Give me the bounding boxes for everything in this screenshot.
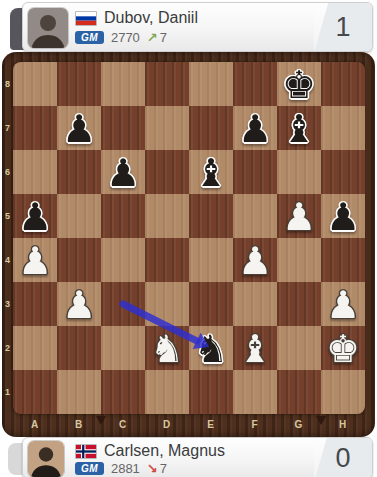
piece-black-pawn[interactable]: ♟	[233, 106, 277, 150]
square-h7[interactable]	[321, 106, 365, 150]
square-b7[interactable]: ♟	[57, 106, 101, 150]
file-label-b: B	[57, 416, 101, 436]
square-c3[interactable]	[101, 282, 145, 326]
piece-black-bishop[interactable]: ♝	[189, 150, 233, 194]
flag-russia-icon	[75, 11, 97, 26]
square-h3[interactable]: ♟	[321, 282, 365, 326]
top-player-rating: 2770	[111, 30, 140, 45]
board-squares: ♚♟♟♝♟♝♟♟♟♟♟♟♟♞♞♝♚	[13, 62, 365, 414]
bottom-player-avatar	[27, 440, 65, 477]
avatar-silhouette-icon	[28, 8, 68, 48]
square-b8[interactable]	[57, 62, 101, 106]
square-f3[interactable]	[233, 282, 277, 326]
square-e2[interactable]: ♞	[189, 326, 233, 370]
rank-label-7: 7	[2, 106, 13, 150]
square-c8[interactable]	[101, 62, 145, 106]
top-trend-value: 7	[160, 30, 167, 45]
square-f8[interactable]	[233, 62, 277, 106]
bottom-title-badge: GM	[75, 462, 104, 475]
piece-black-bishop[interactable]: ♝	[277, 106, 321, 150]
square-h5[interactable]: ♟	[321, 194, 365, 238]
rank-label-5: 5	[2, 194, 13, 238]
piece-black-knight[interactable]: ♞	[189, 326, 233, 370]
square-b3[interactable]: ♟	[57, 282, 101, 326]
square-a2[interactable]	[13, 326, 57, 370]
square-h2[interactable]: ♚	[321, 326, 365, 370]
square-c2[interactable]	[101, 326, 145, 370]
piece-white-king[interactable]: ♚	[321, 326, 365, 370]
square-h8[interactable]	[321, 62, 365, 106]
file-label-g: G	[277, 416, 321, 436]
square-c6[interactable]: ♟	[101, 150, 145, 194]
piece-white-pawn[interactable]: ♟	[321, 282, 365, 326]
piece-white-pawn[interactable]: ♟	[57, 282, 101, 326]
piece-black-pawn[interactable]: ♟	[57, 106, 101, 150]
square-f1[interactable]	[233, 370, 277, 414]
square-b6[interactable]	[57, 150, 101, 194]
square-d5[interactable]	[145, 194, 189, 238]
square-a7[interactable]	[13, 106, 57, 150]
square-b5[interactable]	[57, 194, 101, 238]
rank-label-1: 1	[2, 370, 13, 414]
square-g5[interactable]: ♟	[277, 194, 321, 238]
square-f2[interactable]: ♝	[233, 326, 277, 370]
square-h6[interactable]	[321, 150, 365, 194]
square-f4[interactable]: ♟	[233, 238, 277, 282]
piece-white-knight[interactable]: ♞	[145, 326, 189, 370]
square-f6[interactable]	[233, 150, 277, 194]
file-label-c: C	[101, 416, 145, 436]
square-d2[interactable]: ♞	[145, 326, 189, 370]
piece-white-pawn[interactable]: ♟	[233, 238, 277, 282]
square-g1[interactable]	[277, 370, 321, 414]
piece-white-pawn[interactable]: ♟	[277, 194, 321, 238]
bottom-player-name: Carlsen, Magnus	[104, 442, 225, 460]
square-d1[interactable]	[145, 370, 189, 414]
square-a5[interactable]: ♟	[13, 194, 57, 238]
square-c7[interactable]	[101, 106, 145, 150]
square-c4[interactable]	[101, 238, 145, 282]
top-rating-trend: ↗ 7	[147, 30, 167, 45]
file-label-d: D	[145, 416, 189, 436]
rank-label-8: 8	[2, 62, 13, 106]
top-player-score: 1	[314, 3, 372, 51]
bottom-player-bar[interactable]: Carlsen, Magnus GM 2881 ↘ 7 0	[22, 437, 373, 477]
square-a6[interactable]	[13, 150, 57, 194]
square-e5[interactable]	[189, 194, 233, 238]
rank-label-4: 4	[2, 238, 13, 282]
square-d6[interactable]	[145, 150, 189, 194]
avatar-silhouette-icon	[28, 441, 64, 477]
rank-labels: 87654321	[2, 62, 13, 414]
bottom-player-score: 0	[314, 438, 372, 477]
file-labels: ABCDEFGH	[13, 416, 365, 436]
square-g7[interactable]: ♝	[277, 106, 321, 150]
top-player-bar[interactable]: Dubov, Daniil GM 2770 ↗ 7 1	[22, 2, 373, 52]
piece-black-pawn[interactable]: ♟	[101, 150, 145, 194]
square-e7[interactable]	[189, 106, 233, 150]
trend-down-icon: ↘	[147, 461, 158, 476]
bottom-rating-trend: ↘ 7	[147, 461, 167, 476]
square-e1[interactable]	[189, 370, 233, 414]
board-frame: 87654321 ♚♟♟♝♟♝♟♟♟♟♟♟♟♞♞♝♚ ABCDEFGH	[2, 52, 375, 437]
square-e3[interactable]	[189, 282, 233, 326]
square-d3[interactable]	[145, 282, 189, 326]
square-e8[interactable]	[189, 62, 233, 106]
top-title-badge: GM	[75, 31, 104, 44]
square-b4[interactable]	[57, 238, 101, 282]
square-c1[interactable]	[101, 370, 145, 414]
square-g6[interactable]	[277, 150, 321, 194]
square-d7[interactable]	[145, 106, 189, 150]
top-player-name: Dubov, Daniil	[104, 9, 198, 27]
bottom-player-rating: 2881	[111, 461, 140, 476]
square-a4[interactable]: ♟	[13, 238, 57, 282]
square-a1[interactable]	[13, 370, 57, 414]
square-g3[interactable]	[277, 282, 321, 326]
frame-notch-icon	[96, 416, 106, 425]
frame-notch-icon	[316, 416, 326, 425]
file-label-e: E	[189, 416, 233, 436]
rank-label-2: 2	[2, 326, 13, 370]
piece-black-king[interactable]: ♚	[277, 62, 321, 106]
trend-up-icon: ↗	[147, 30, 158, 45]
file-label-f: F	[233, 416, 277, 436]
square-b2[interactable]	[57, 326, 101, 370]
rank-label-6: 6	[2, 150, 13, 194]
piece-white-bishop[interactable]: ♝	[233, 326, 277, 370]
piece-black-pawn[interactable]: ♟	[321, 194, 365, 238]
file-label-h: H	[321, 416, 365, 436]
square-g8[interactable]: ♚	[277, 62, 321, 106]
top-player-avatar	[27, 7, 69, 49]
square-f5[interactable]	[233, 194, 277, 238]
square-b1[interactable]	[57, 370, 101, 414]
piece-black-pawn[interactable]: ♟	[13, 194, 57, 238]
file-label-a: A	[13, 416, 57, 436]
piece-white-pawn[interactable]: ♟	[13, 238, 57, 282]
app-window: Dubov, Daniil GM 2770 ↗ 7 1 87654321 ♚♟♟…	[0, 0, 377, 477]
square-e6[interactable]: ♝	[189, 150, 233, 194]
flag-norway-icon	[75, 444, 97, 459]
square-h4[interactable]	[321, 238, 365, 282]
square-h1[interactable]	[321, 370, 365, 414]
square-g2[interactable]	[277, 326, 321, 370]
square-e4[interactable]	[189, 238, 233, 282]
square-g4[interactable]	[277, 238, 321, 282]
bottom-trend-value: 7	[160, 461, 167, 476]
square-c5[interactable]	[101, 194, 145, 238]
square-d8[interactable]	[145, 62, 189, 106]
rank-label-3: 3	[2, 282, 13, 326]
square-f7[interactable]: ♟	[233, 106, 277, 150]
square-d4[interactable]	[145, 238, 189, 282]
square-a3[interactable]	[13, 282, 57, 326]
square-a8[interactable]	[13, 62, 57, 106]
